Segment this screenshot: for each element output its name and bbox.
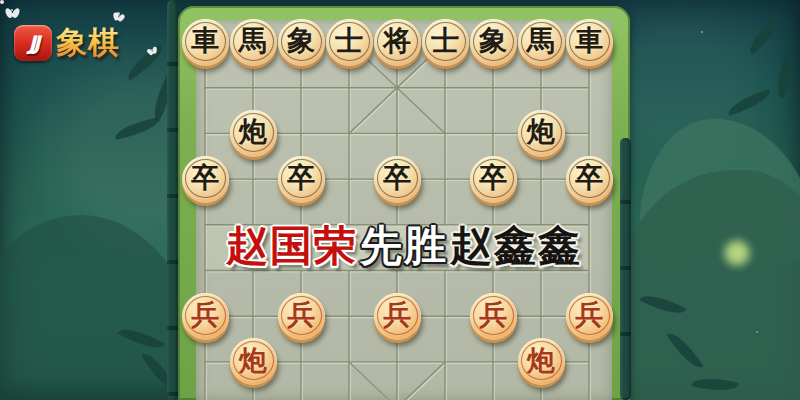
bamboo-leaf-decoration — [691, 373, 739, 395]
piece-black-soldier-1[interactable]: 卒 — [182, 156, 229, 203]
bamboo-leaf-decoration — [667, 328, 704, 373]
piece-black-elephant-left[interactable]: 象 — [278, 19, 325, 66]
piece-glyph: 炮 — [239, 347, 267, 375]
bamboo-stalk-right — [620, 138, 631, 400]
piece-black-cannon-right[interactable]: 炮 — [518, 110, 565, 157]
piece-glyph: 兵 — [287, 301, 315, 329]
butterfly-icon — [6, 8, 19, 19]
sparkle-decoration — [0, 0, 4, 4]
piece-black-advisor-right[interactable]: 士 — [422, 19, 469, 66]
piece-black-horse-right[interactable]: 馬 — [518, 19, 565, 66]
right-title: 连弃三子 — [672, 104, 730, 152]
right-mountain-decoration — [612, 170, 800, 400]
piece-red-cannon-left[interactable]: 炮 — [230, 338, 277, 385]
piece-black-advisor-left[interactable]: 士 — [326, 19, 373, 66]
piece-glyph: 象 — [479, 27, 507, 55]
piece-glyph: 卒 — [287, 164, 315, 192]
piece-red-soldier-4[interactable]: 兵 — [470, 293, 517, 340]
piece-black-general[interactable]: 将 — [374, 19, 421, 66]
piece-black-cannon-left[interactable]: 炮 — [230, 110, 277, 157]
piece-glyph: 兵 — [575, 301, 603, 329]
jj-logo-badge: JJ — [14, 25, 52, 61]
piece-glyph: 兵 — [383, 301, 411, 329]
firefly-glow-decoration — [720, 236, 754, 270]
piece-red-soldier-2[interactable]: 兵 — [278, 293, 325, 340]
piece-black-elephant-right[interactable]: 象 — [470, 19, 517, 66]
bamboo-leaf-decoration — [639, 289, 686, 321]
piece-glyph: 兵 — [191, 301, 219, 329]
piece-black-soldier-4[interactable]: 卒 — [470, 156, 517, 203]
piece-glyph: 炮 — [239, 118, 267, 146]
bamboo-leaf-decoration — [771, 51, 799, 99]
piece-glyph: 将 — [383, 27, 411, 55]
piece-black-soldier-5[interactable]: 卒 — [566, 156, 613, 203]
piece-glyph: 象 — [287, 27, 315, 55]
bamboo-leaf-decoration — [744, 14, 787, 54]
piece-glyph: 馬 — [239, 27, 267, 55]
app-logo-name: 象棋 — [56, 22, 120, 64]
piece-black-chariot-right[interactable]: 車 — [566, 19, 613, 66]
bamboo-stalk-left — [167, 0, 178, 400]
bamboo-leaf-decoration — [118, 322, 165, 355]
piece-red-cannon-right[interactable]: 炮 — [518, 338, 565, 385]
piece-red-soldier-3[interactable]: 兵 — [374, 293, 421, 340]
black-player-name: 赵鑫鑫 — [450, 218, 582, 274]
piece-red-soldier-5[interactable]: 兵 — [566, 293, 613, 340]
bamboo-leaf-decoration — [122, 44, 167, 81]
piece-glyph: 士 — [431, 27, 459, 55]
piece-black-chariot-left[interactable]: 車 — [182, 19, 229, 66]
app-logo: JJ 象棋 — [14, 22, 120, 64]
piece-glyph: 車 — [191, 27, 219, 55]
piece-glyph: 車 — [575, 27, 603, 55]
piece-black-soldier-3[interactable]: 卒 — [374, 156, 421, 203]
xiangqi-board[interactable]: 赵国荣 先胜 赵鑫鑫 車馬象士将士象馬車炮炮卒卒卒卒卒兵兵兵兵兵炮炮 — [196, 20, 612, 400]
piece-glyph: 士 — [335, 27, 363, 55]
game-screen: JJ 象棋 特大对决 连弃三子 赵国荣 先胜 赵鑫鑫 車馬象士将士象馬車炮炮卒卒… — [0, 0, 800, 400]
piece-glyph: 卒 — [575, 164, 603, 192]
piece-black-soldier-2[interactable]: 卒 — [278, 156, 325, 203]
left-title: 特大对决 — [66, 106, 124, 154]
red-player-name: 赵国荣 — [226, 218, 358, 274]
piece-red-soldier-1[interactable]: 兵 — [182, 293, 229, 340]
piece-glyph: 卒 — [383, 164, 411, 192]
piece-glyph: 炮 — [527, 118, 555, 146]
piece-black-horse-left[interactable]: 馬 — [230, 19, 277, 66]
result-label: 先胜 — [360, 218, 448, 274]
match-result-banner: 赵国荣 先胜 赵鑫鑫 — [196, 220, 612, 272]
piece-glyph: 炮 — [527, 347, 555, 375]
piece-glyph: 卒 — [191, 164, 219, 192]
piece-glyph: 馬 — [527, 27, 555, 55]
piece-glyph: 兵 — [479, 301, 507, 329]
piece-glyph: 卒 — [479, 164, 507, 192]
